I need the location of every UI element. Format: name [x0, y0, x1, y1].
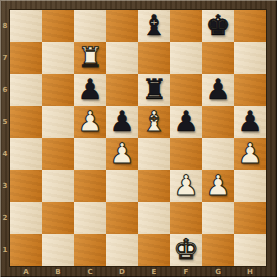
rank-label-7: 7: [0, 42, 10, 74]
piece-black-pawn[interactable]: ♟: [205, 74, 230, 106]
square-g4[interactable]: [202, 138, 234, 170]
square-e5[interactable]: ♝: [138, 106, 170, 138]
square-b6[interactable]: [42, 74, 74, 106]
piece-black-pawn[interactable]: ♟: [109, 106, 134, 138]
file-label-d: D: [106, 266, 138, 277]
square-f6[interactable]: [170, 74, 202, 106]
piece-black-king[interactable]: ♚: [205, 10, 230, 42]
square-b3[interactable]: [42, 170, 74, 202]
square-f1[interactable]: ♚: [170, 234, 202, 266]
square-c2[interactable]: [74, 202, 106, 234]
piece-white-pawn[interactable]: ♟: [173, 170, 198, 202]
square-h8[interactable]: [234, 10, 266, 42]
piece-black-pawn[interactable]: ♟: [173, 106, 198, 138]
piece-white-bishop[interactable]: ♝: [141, 106, 166, 138]
piece-white-pawn[interactable]: ♟: [109, 138, 134, 170]
square-e8[interactable]: ♝: [138, 10, 170, 42]
rank-label-3: 3: [0, 170, 10, 202]
square-g1[interactable]: [202, 234, 234, 266]
piece-white-king[interactable]: ♚: [173, 234, 198, 266]
square-f4[interactable]: [170, 138, 202, 170]
square-c8[interactable]: [74, 10, 106, 42]
rank-label-6: 6: [0, 74, 10, 106]
square-g7[interactable]: [202, 42, 234, 74]
square-a3[interactable]: [10, 170, 42, 202]
square-h7[interactable]: [234, 42, 266, 74]
square-a1[interactable]: [10, 234, 42, 266]
rank-label-8: 8: [0, 10, 10, 42]
square-e4[interactable]: [138, 138, 170, 170]
square-b5[interactable]: [42, 106, 74, 138]
piece-white-rook[interactable]: ♜: [77, 42, 102, 74]
square-f3[interactable]: ♟: [170, 170, 202, 202]
file-label-g: G: [202, 266, 234, 277]
square-e6[interactable]: ♜: [138, 74, 170, 106]
piece-white-pawn[interactable]: ♟: [205, 170, 230, 202]
piece-white-pawn[interactable]: ♟: [77, 106, 102, 138]
square-g8[interactable]: ♚: [202, 10, 234, 42]
file-label-f: F: [170, 266, 202, 277]
square-h2[interactable]: [234, 202, 266, 234]
rank-label-5: 5: [0, 106, 10, 138]
square-f5[interactable]: ♟: [170, 106, 202, 138]
square-c3[interactable]: [74, 170, 106, 202]
square-b8[interactable]: [42, 10, 74, 42]
square-a2[interactable]: [10, 202, 42, 234]
piece-black-pawn[interactable]: ♟: [77, 74, 102, 106]
square-h5[interactable]: ♟: [234, 106, 266, 138]
square-a8[interactable]: [10, 10, 42, 42]
square-e2[interactable]: [138, 202, 170, 234]
square-g6[interactable]: ♟: [202, 74, 234, 106]
file-label-e: E: [138, 266, 170, 277]
square-b7[interactable]: [42, 42, 74, 74]
square-e3[interactable]: [138, 170, 170, 202]
square-b4[interactable]: [42, 138, 74, 170]
piece-black-rook[interactable]: ♜: [141, 74, 166, 106]
square-a4[interactable]: [10, 138, 42, 170]
square-e7[interactable]: [138, 42, 170, 74]
square-f7[interactable]: [170, 42, 202, 74]
square-d6[interactable]: [106, 74, 138, 106]
square-b1[interactable]: [42, 234, 74, 266]
rank-label-1: 1: [0, 234, 10, 266]
square-d7[interactable]: [106, 42, 138, 74]
rank-label-4: 4: [0, 138, 10, 170]
square-c5[interactable]: ♟: [74, 106, 106, 138]
square-a6[interactable]: [10, 74, 42, 106]
square-g2[interactable]: [202, 202, 234, 234]
piece-black-pawn[interactable]: ♟: [237, 106, 262, 138]
square-f8[interactable]: [170, 10, 202, 42]
square-c6[interactable]: ♟: [74, 74, 106, 106]
square-d3[interactable]: [106, 170, 138, 202]
file-label-b: B: [42, 266, 74, 277]
square-d4[interactable]: ♟: [106, 138, 138, 170]
square-d1[interactable]: [106, 234, 138, 266]
square-f2[interactable]: [170, 202, 202, 234]
square-d2[interactable]: [106, 202, 138, 234]
square-d5[interactable]: ♟: [106, 106, 138, 138]
square-a7[interactable]: [10, 42, 42, 74]
square-c4[interactable]: [74, 138, 106, 170]
square-a5[interactable]: [10, 106, 42, 138]
file-label-a: A: [10, 266, 42, 277]
square-d8[interactable]: [106, 10, 138, 42]
file-label-h: H: [234, 266, 266, 277]
rank-label-2: 2: [0, 202, 10, 234]
square-h1[interactable]: [234, 234, 266, 266]
square-g5[interactable]: [202, 106, 234, 138]
square-h4[interactable]: ♟: [234, 138, 266, 170]
square-h6[interactable]: [234, 74, 266, 106]
file-label-c: C: [74, 266, 106, 277]
chess-board: ♝♚♜♟♜♟♟♟♝♟♟♟♟♟♟♚: [10, 10, 266, 266]
square-c7[interactable]: ♜: [74, 42, 106, 74]
square-g3[interactable]: ♟: [202, 170, 234, 202]
square-c1[interactable]: [74, 234, 106, 266]
board-frame: ♝♚♜♟♜♟♟♟♝♟♟♟♟♟♟♚ 87654321 ABCDEFGH: [0, 0, 277, 277]
piece-white-pawn[interactable]: ♟: [237, 138, 262, 170]
square-b2[interactable]: [42, 202, 74, 234]
square-h3[interactable]: [234, 170, 266, 202]
square-e1[interactable]: [138, 234, 170, 266]
piece-black-bishop[interactable]: ♝: [141, 10, 166, 42]
